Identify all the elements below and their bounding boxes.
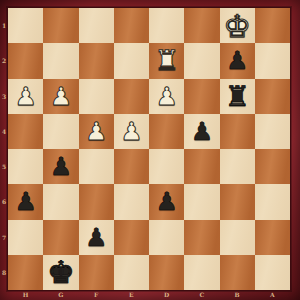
- square-b2[interactable]: ♟: [220, 43, 255, 78]
- square-a4[interactable]: [255, 114, 290, 149]
- piece-white-rook-d2[interactable]: ♜: [149, 43, 184, 78]
- file-label-f: F: [79, 290, 114, 300]
- square-d4[interactable]: [149, 114, 184, 149]
- square-h7[interactable]: [8, 220, 43, 255]
- square-a7[interactable]: [255, 220, 290, 255]
- square-f6[interactable]: [79, 184, 114, 219]
- rank-label-4: 4: [0, 114, 8, 149]
- square-g5[interactable]: ♟: [43, 149, 78, 184]
- square-a6[interactable]: [255, 184, 290, 219]
- square-g6[interactable]: [43, 184, 78, 219]
- square-g8[interactable]: ♚: [43, 255, 78, 290]
- square-b3[interactable]: ♜: [220, 79, 255, 114]
- rank-label-2: 2: [0, 43, 8, 78]
- square-d1[interactable]: [149, 8, 184, 43]
- square-h2[interactable]: [8, 43, 43, 78]
- rank-label-7: 7: [0, 220, 8, 255]
- square-c3[interactable]: [184, 79, 219, 114]
- square-d5[interactable]: [149, 149, 184, 184]
- square-e4[interactable]: ♟: [114, 114, 149, 149]
- square-f2[interactable]: [79, 43, 114, 78]
- square-f4[interactable]: ♟: [79, 114, 114, 149]
- square-e6[interactable]: [114, 184, 149, 219]
- square-f5[interactable]: [79, 149, 114, 184]
- square-a3[interactable]: [255, 79, 290, 114]
- piece-white-king-b1[interactable]: ♚: [220, 8, 255, 43]
- file-label-h: H: [8, 290, 43, 300]
- rank-label-3: 3: [0, 79, 8, 114]
- piece-white-pawn-h3[interactable]: ♟: [8, 79, 43, 114]
- square-d7[interactable]: [149, 220, 184, 255]
- file-label-a: A: [255, 290, 290, 300]
- square-a1[interactable]: [255, 8, 290, 43]
- chessboard-frame: ♚♜♟♟♟♟♜♟♟♟♟♟♟♟♚ 12345678 HGFEDCBA: [0, 0, 300, 300]
- square-g2[interactable]: [43, 43, 78, 78]
- square-a5[interactable]: [255, 149, 290, 184]
- file-label-d: D: [149, 290, 184, 300]
- piece-white-pawn-d3[interactable]: ♟: [149, 79, 184, 114]
- square-b1[interactable]: ♚: [220, 8, 255, 43]
- piece-black-pawn-f7[interactable]: ♟: [79, 220, 114, 255]
- square-e1[interactable]: [114, 8, 149, 43]
- square-e8[interactable]: [114, 255, 149, 290]
- rank-label-1: 1: [0, 8, 8, 43]
- rank-label-6: 6: [0, 184, 8, 219]
- piece-black-pawn-h6[interactable]: ♟: [8, 184, 43, 219]
- square-e5[interactable]: [114, 149, 149, 184]
- rank-label-5: 5: [0, 149, 8, 184]
- square-b6[interactable]: [220, 184, 255, 219]
- square-h3[interactable]: ♟: [8, 79, 43, 114]
- square-h8[interactable]: [8, 255, 43, 290]
- piece-black-rook-b3[interactable]: ♜: [220, 79, 255, 114]
- piece-white-pawn-f4[interactable]: ♟: [79, 114, 114, 149]
- piece-black-king-g8[interactable]: ♚: [43, 255, 78, 290]
- square-h6[interactable]: ♟: [8, 184, 43, 219]
- square-d6[interactable]: ♟: [149, 184, 184, 219]
- square-f1[interactable]: [79, 8, 114, 43]
- piece-black-pawn-g5[interactable]: ♟: [43, 149, 78, 184]
- square-h5[interactable]: [8, 149, 43, 184]
- square-g3[interactable]: ♟: [43, 79, 78, 114]
- square-c8[interactable]: [184, 255, 219, 290]
- square-e7[interactable]: [114, 220, 149, 255]
- square-g7[interactable]: [43, 220, 78, 255]
- file-label-b: B: [220, 290, 255, 300]
- square-b5[interactable]: [220, 149, 255, 184]
- file-label-c: C: [184, 290, 219, 300]
- file-label-e: E: [114, 290, 149, 300]
- piece-white-pawn-e4[interactable]: ♟: [114, 114, 149, 149]
- square-c4[interactable]: ♟: [184, 114, 219, 149]
- square-a8[interactable]: [255, 255, 290, 290]
- piece-white-pawn-g3[interactable]: ♟: [43, 79, 78, 114]
- square-c6[interactable]: [184, 184, 219, 219]
- square-f8[interactable]: [79, 255, 114, 290]
- square-a2[interactable]: [255, 43, 290, 78]
- square-e2[interactable]: [114, 43, 149, 78]
- square-h4[interactable]: [8, 114, 43, 149]
- square-g1[interactable]: [43, 8, 78, 43]
- square-g4[interactable]: [43, 114, 78, 149]
- square-c2[interactable]: [184, 43, 219, 78]
- piece-black-pawn-b2[interactable]: ♟: [220, 43, 255, 78]
- piece-black-pawn-d6[interactable]: ♟: [149, 184, 184, 219]
- square-f3[interactable]: [79, 79, 114, 114]
- square-d3[interactable]: ♟: [149, 79, 184, 114]
- rank-label-8: 8: [0, 255, 8, 290]
- square-c7[interactable]: [184, 220, 219, 255]
- square-f7[interactable]: ♟: [79, 220, 114, 255]
- square-e3[interactable]: [114, 79, 149, 114]
- square-c1[interactable]: [184, 8, 219, 43]
- square-h1[interactable]: [8, 8, 43, 43]
- square-b4[interactable]: [220, 114, 255, 149]
- square-d8[interactable]: [149, 255, 184, 290]
- chessboard: ♚♜♟♟♟♟♜♟♟♟♟♟♟♟♚: [8, 8, 290, 290]
- square-b7[interactable]: [220, 220, 255, 255]
- file-label-g: G: [43, 290, 78, 300]
- square-c5[interactable]: [184, 149, 219, 184]
- square-d2[interactable]: ♜: [149, 43, 184, 78]
- piece-black-pawn-c4[interactable]: ♟: [184, 114, 219, 149]
- square-b8[interactable]: [220, 255, 255, 290]
